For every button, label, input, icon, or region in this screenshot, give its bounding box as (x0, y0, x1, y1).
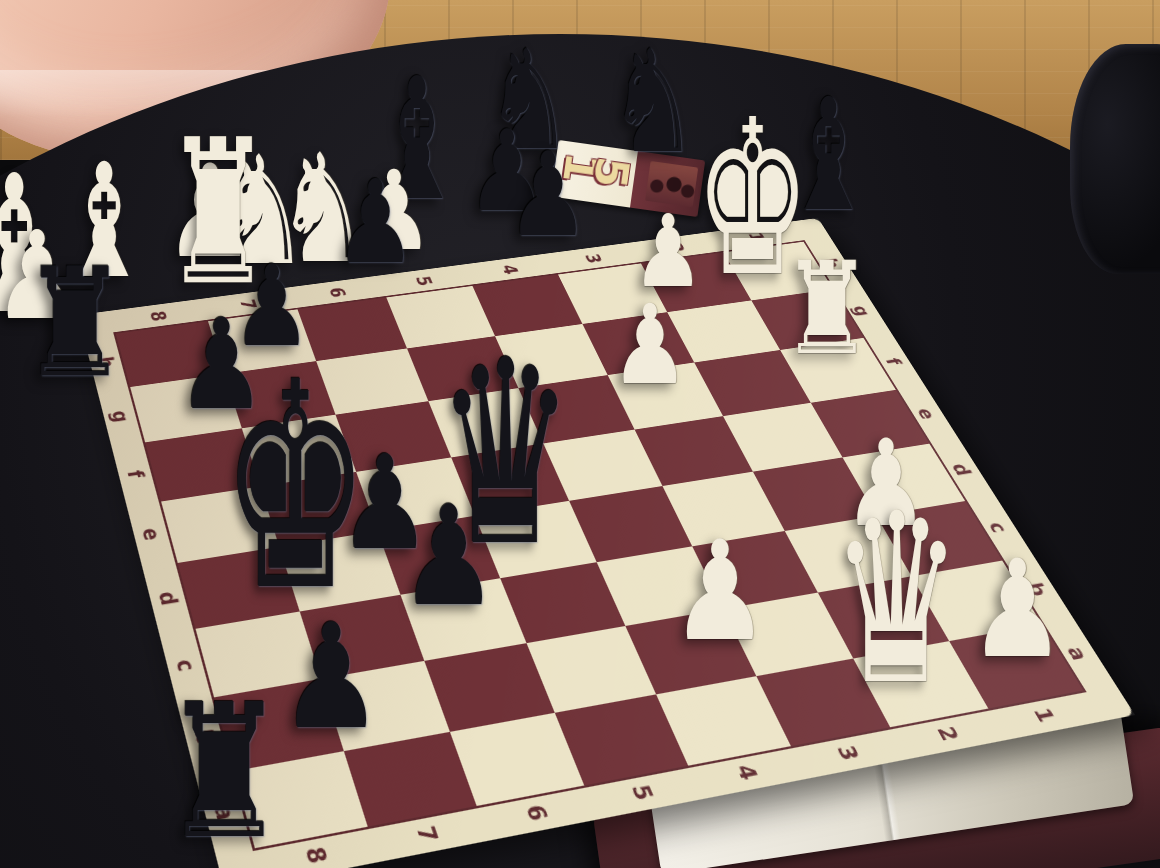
chess-bag (1070, 44, 1160, 274)
label-left-d: d (154, 589, 184, 606)
piece-black-king-e7[interactable]: ♚ (212, 345, 377, 630)
piece-white-pawn-g2[interactable]: ♟ (606, 290, 694, 400)
piece-black-pawn-d6[interactable]: ♟ (394, 488, 504, 626)
captured-black-pawn[interactable]: ♟ (502, 137, 595, 253)
piece-white-queen-b3[interactable]: ♛ (823, 482, 969, 717)
scene: 88hh77gg66ff55ee44dd33cc22bb11aa 15 ♜♟♟♚… (0, 0, 1160, 868)
label-bottom-6: 6 (521, 803, 554, 823)
label-left-g: g (107, 409, 134, 424)
label-bottom-1: 1 (1029, 706, 1061, 724)
label-bottom-7: 7 (412, 823, 445, 844)
label-right-f: f (881, 357, 906, 366)
piece-white-pawn-a2[interactable]: ♟ (963, 542, 1071, 677)
label-left-f: f (123, 468, 150, 479)
label-top-4: 4 (497, 263, 523, 275)
piece-black-rook-a8[interactable]: ♜ (155, 680, 294, 865)
piece-white-rook-f1[interactable]: ♜ (776, 245, 878, 373)
label-bottom-3: 3 (833, 743, 866, 762)
piece-black-rook-h8[interactable]: ♜ (15, 248, 135, 398)
label-bottom-4: 4 (731, 763, 764, 783)
piece-white-pawn-b4[interactable]: ♟ (665, 523, 775, 661)
label-bottom-8: 8 (300, 845, 333, 866)
captured-black-pawn[interactable]: ♟ (329, 165, 421, 280)
label-left-e: e (138, 526, 167, 542)
label-bottom-5: 5 (627, 782, 660, 802)
